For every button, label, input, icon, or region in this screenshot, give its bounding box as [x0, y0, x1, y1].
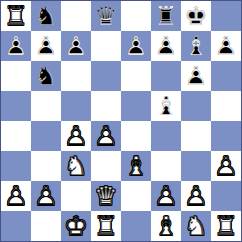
- square-e8[interactable]: [121, 1, 151, 31]
- square-d1[interactable]: ♜♖: [91, 211, 121, 241]
- square-h8[interactable]: [211, 1, 241, 31]
- square-e3[interactable]: ♝♗: [121, 151, 151, 181]
- square-b1[interactable]: [31, 211, 61, 241]
- piece-detail-glyph: ♙: [181, 181, 211, 211]
- square-c6[interactable]: [61, 61, 91, 91]
- square-a1[interactable]: [1, 211, 31, 241]
- square-c5[interactable]: [61, 91, 91, 121]
- piece-detail-glyph: ♖: [1, 1, 31, 31]
- piece-detail-glyph: ♖: [211, 211, 241, 241]
- piece-detail-glyph: ♙: [151, 31, 181, 61]
- square-h1[interactable]: ♜♖: [211, 211, 241, 241]
- piece-detail-glyph: ♗: [151, 211, 181, 241]
- square-g6[interactable]: ♟♙: [181, 61, 211, 91]
- piece-detail-glyph: ♕: [91, 1, 121, 31]
- square-f3[interactable]: [151, 151, 181, 181]
- square-f6[interactable]: [151, 61, 181, 91]
- square-e4[interactable]: [121, 121, 151, 151]
- square-c4[interactable]: ♟♙: [61, 121, 91, 151]
- square-g3[interactable]: [181, 151, 211, 181]
- square-a7[interactable]: ♟♙: [1, 31, 31, 61]
- square-g4[interactable]: [181, 121, 211, 151]
- piece-detail-glyph: ♙: [1, 31, 31, 61]
- piece-detail-glyph: ♘: [181, 211, 211, 241]
- piece-detail-glyph: ♘: [31, 1, 61, 31]
- piece-detail-glyph: ♙: [151, 181, 181, 211]
- square-a4[interactable]: [1, 121, 31, 151]
- square-b8[interactable]: ♞♘: [31, 1, 61, 31]
- square-d8[interactable]: ♛♕: [91, 1, 121, 31]
- square-d6[interactable]: [91, 61, 121, 91]
- square-e5[interactable]: [121, 91, 151, 121]
- square-b2[interactable]: ♟♙: [31, 181, 61, 211]
- piece-detail-glyph: ♘: [61, 151, 91, 181]
- piece-detail-glyph: ♙: [61, 121, 91, 151]
- piece-detail-glyph: ♖: [91, 211, 121, 241]
- piece-detail-glyph: ♙: [91, 121, 121, 151]
- square-h7[interactable]: ♟♙: [211, 31, 241, 61]
- square-a2[interactable]: ♟♙: [1, 181, 31, 211]
- square-a8[interactable]: ♜♖: [1, 1, 31, 31]
- square-e1[interactable]: [121, 211, 151, 241]
- square-b4[interactable]: [31, 121, 61, 151]
- piece-detail-glyph: ♙: [181, 61, 211, 91]
- square-h6[interactable]: [211, 61, 241, 91]
- square-f8[interactable]: ♜♖: [151, 1, 181, 31]
- square-a5[interactable]: [1, 91, 31, 121]
- piece-detail-glyph: ♔: [61, 211, 91, 241]
- piece-detail-glyph: ♘: [31, 61, 61, 91]
- square-f4[interactable]: [151, 121, 181, 151]
- square-c3[interactable]: ♞♘: [61, 151, 91, 181]
- square-g8[interactable]: ♚♔: [181, 1, 211, 31]
- piece-detail-glyph: ♙: [1, 181, 31, 211]
- square-c1[interactable]: ♚♔: [61, 211, 91, 241]
- square-a3[interactable]: [1, 151, 31, 181]
- square-e6[interactable]: [121, 61, 151, 91]
- square-d5[interactable]: [91, 91, 121, 121]
- square-c8[interactable]: [61, 1, 91, 31]
- piece-detail-glyph: ♗: [121, 151, 151, 181]
- square-d4[interactable]: ♟♙: [91, 121, 121, 151]
- square-b6[interactable]: ♞♘: [31, 61, 61, 91]
- square-f7[interactable]: ♟♙: [151, 31, 181, 61]
- square-h3[interactable]: ♟♙: [211, 151, 241, 181]
- square-g1[interactable]: ♞♘: [181, 211, 211, 241]
- square-a6[interactable]: [1, 61, 31, 91]
- square-f5[interactable]: ♝♗: [151, 91, 181, 121]
- square-f1[interactable]: ♝♗: [151, 211, 181, 241]
- square-h2[interactable]: [211, 181, 241, 211]
- square-h5[interactable]: [211, 91, 241, 121]
- square-f2[interactable]: ♟♙: [151, 181, 181, 211]
- piece-detail-glyph: ♔: [181, 1, 211, 31]
- piece-detail-glyph: ♙: [31, 31, 61, 61]
- square-c7[interactable]: ♟♙: [61, 31, 91, 61]
- square-e7[interactable]: ♟♙: [121, 31, 151, 61]
- square-d7[interactable]: [91, 31, 121, 61]
- square-g5[interactable]: [181, 91, 211, 121]
- piece-detail-glyph: ♗: [151, 91, 181, 121]
- square-c2[interactable]: [61, 181, 91, 211]
- square-e2[interactable]: [121, 181, 151, 211]
- square-d3[interactable]: [91, 151, 121, 181]
- piece-detail-glyph: ♗: [181, 31, 211, 61]
- square-g2[interactable]: ♟♙: [181, 181, 211, 211]
- square-d2[interactable]: ♛♕: [91, 181, 121, 211]
- square-g7[interactable]: ♝♗: [181, 31, 211, 61]
- piece-detail-glyph: ♖: [151, 1, 181, 31]
- piece-detail-glyph: ♕: [91, 181, 121, 211]
- square-h4[interactable]: [211, 121, 241, 151]
- chess-board: ♜♖♞♘♛♕♜♖♚♔♟♙♟♙♟♙♟♙♟♙♝♗♟♙♞♘♟♙♝♗♟♙♟♙♞♘♝♗♟♙…: [0, 0, 242, 242]
- square-b5[interactable]: [31, 91, 61, 121]
- piece-detail-glyph: ♙: [121, 31, 151, 61]
- piece-detail-glyph: ♙: [211, 31, 241, 61]
- piece-detail-glyph: ♙: [31, 181, 61, 211]
- square-b3[interactable]: [31, 151, 61, 181]
- piece-detail-glyph: ♙: [61, 31, 91, 61]
- piece-detail-glyph: ♙: [211, 151, 241, 181]
- square-b7[interactable]: ♟♙: [31, 31, 61, 61]
